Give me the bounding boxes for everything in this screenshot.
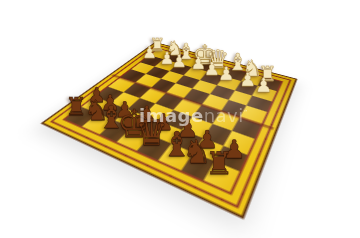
piece-white-pawn[interactable]: ♟ xyxy=(142,45,157,61)
piece-white-pawn[interactable]: ♟ xyxy=(255,76,272,95)
piece-white-pawn[interactable]: ♟ xyxy=(239,71,256,90)
piece-black-rook[interactable]: ♜ xyxy=(205,148,233,179)
scene: ♜♞♝♚♛♝♞♜♟♟♟♟♟♟♟♟♟♟♟♟♟♟♟♟♜♞♝♚♛♝♞♜ imagena… xyxy=(0,0,360,238)
piece-white-pawn[interactable]: ♟ xyxy=(172,54,187,71)
piece-white-pawn[interactable]: ♟ xyxy=(218,65,234,83)
